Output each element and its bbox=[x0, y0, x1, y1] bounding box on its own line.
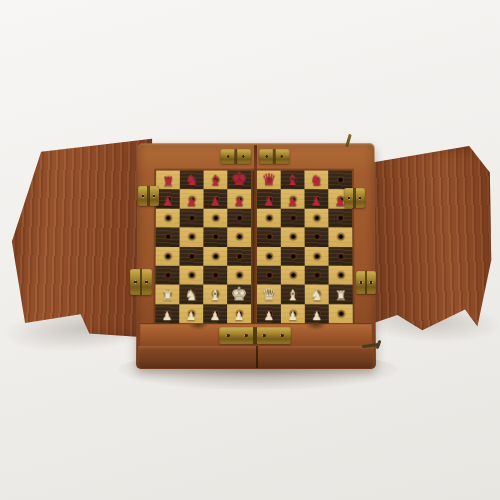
square-b5 bbox=[180, 227, 204, 246]
peg-hole bbox=[338, 178, 343, 183]
peg-hole bbox=[237, 273, 242, 278]
peg-hole bbox=[165, 235, 170, 240]
chess-board: ♜♞♝♚♟♟♟♟♜♞♝♚♟♟♟♟ ♛♝♞♟♟♟♟♛♝♞♜♟♟♟ bbox=[155, 171, 352, 324]
peg-hole bbox=[213, 235, 218, 240]
peg-hole bbox=[314, 216, 319, 221]
square-e5 bbox=[257, 227, 281, 246]
square-e3 bbox=[257, 266, 281, 285]
peg-hole bbox=[290, 254, 295, 259]
clasp-hook-icon bbox=[362, 340, 386, 352]
white-pawn-a1: ♟ bbox=[162, 310, 173, 322]
peg-hole bbox=[314, 254, 319, 259]
red-knight-g8: ♞ bbox=[310, 174, 323, 189]
square-e1: ♟ bbox=[257, 304, 281, 323]
box-front-panel bbox=[138, 346, 374, 368]
square-g7: ♟ bbox=[304, 190, 328, 209]
square-d8: ♚ bbox=[227, 171, 251, 190]
left-box-door bbox=[9, 126, 155, 340]
square-e7: ♟ bbox=[257, 190, 281, 209]
square-g1: ♟ bbox=[305, 304, 329, 323]
square-e2: ♛ bbox=[257, 285, 281, 304]
square-d4 bbox=[227, 247, 251, 266]
peg-hole bbox=[213, 216, 218, 221]
peg-hole bbox=[237, 235, 242, 240]
square-g3 bbox=[305, 266, 329, 285]
white-pawn-c1: ♟ bbox=[210, 310, 221, 322]
right-door-hinge-upper-icon bbox=[344, 188, 365, 208]
left-door-hinge-lower-icon bbox=[130, 269, 152, 295]
red-queen-e8: ♛ bbox=[261, 172, 276, 189]
square-b7: ♟ bbox=[180, 190, 204, 209]
square-c5 bbox=[203, 227, 227, 246]
square-b8: ♞ bbox=[180, 171, 204, 190]
red-pawn-f7: ♟ bbox=[287, 196, 298, 208]
square-f2: ♝ bbox=[281, 285, 305, 304]
right-door-hinge-lower-icon bbox=[356, 271, 376, 294]
peg-hole bbox=[266, 273, 271, 278]
white-knight-g2: ♞ bbox=[310, 288, 323, 303]
red-pawn-g7: ♟ bbox=[311, 196, 322, 208]
peg-hole bbox=[189, 254, 194, 259]
square-d1: ♟ bbox=[227, 304, 251, 323]
chess-box: ♜♞♝♚♟♟♟♟♜♞♝♚♟♟♟♟ ♛♝♞♟♟♟♟♛♝♞♜♟♟♟ bbox=[136, 143, 376, 369]
left-door-hinge-upper-icon bbox=[138, 186, 159, 206]
board-leaf-right: ♛♝♞♟♟♟♟♛♝♞♜♟♟♟ bbox=[257, 171, 353, 324]
square-e6 bbox=[257, 208, 281, 227]
square-f8: ♝ bbox=[281, 171, 305, 190]
square-b2: ♞ bbox=[179, 285, 203, 304]
box-front-seam bbox=[256, 346, 258, 368]
white-pawn-f1: ♟ bbox=[288, 310, 299, 322]
white-rook-h2: ♜ bbox=[335, 290, 347, 303]
square-h6 bbox=[328, 208, 352, 227]
peg-hole bbox=[338, 311, 343, 316]
square-c1: ♟ bbox=[203, 304, 227, 323]
peg-hole bbox=[237, 254, 242, 259]
square-a3 bbox=[155, 266, 179, 285]
white-pawn-b1: ♟ bbox=[186, 310, 197, 322]
peg-hole bbox=[266, 216, 271, 221]
square-c4 bbox=[203, 247, 227, 266]
peg-hole bbox=[290, 216, 295, 221]
square-g2: ♞ bbox=[305, 285, 329, 304]
white-pawn-e1: ♟ bbox=[264, 310, 275, 322]
peg-hole bbox=[290, 235, 295, 240]
square-a5 bbox=[156, 227, 180, 246]
box-bottom-rim bbox=[140, 323, 372, 346]
square-d2: ♚ bbox=[227, 285, 251, 304]
right-box-door bbox=[356, 146, 494, 336]
white-rook-a2: ♜ bbox=[161, 290, 173, 303]
board-leaf-left: ♜♞♝♚♟♟♟♟♜♞♝♚♟♟♟♟ bbox=[155, 171, 251, 324]
square-h4 bbox=[328, 247, 352, 266]
square-h8 bbox=[328, 171, 352, 190]
square-c8: ♝ bbox=[204, 171, 228, 190]
square-b4 bbox=[179, 247, 203, 266]
square-f4 bbox=[281, 247, 305, 266]
square-h1 bbox=[329, 304, 353, 323]
square-g5 bbox=[305, 227, 329, 246]
square-g8: ♞ bbox=[304, 171, 328, 190]
square-a4 bbox=[156, 247, 180, 266]
white-knight-b2: ♞ bbox=[185, 288, 198, 303]
square-a8: ♜ bbox=[156, 171, 180, 190]
red-pawn-a7: ♟ bbox=[163, 196, 174, 208]
red-pawn-b7: ♟ bbox=[186, 196, 197, 208]
white-king-d2: ♚ bbox=[231, 284, 248, 303]
red-king-d8: ♚ bbox=[231, 170, 248, 189]
peg-hole bbox=[189, 216, 194, 221]
peg-hole bbox=[165, 273, 170, 278]
board-fold-line-top bbox=[254, 145, 257, 170]
square-h3 bbox=[329, 266, 353, 285]
photo-background: ♜♞♝♚♟♟♟♟♜♞♝♚♟♟♟♟ ♛♝♞♟♟♟♟♛♝♞♜♟♟♟ bbox=[0, 0, 500, 500]
peg-hole bbox=[165, 254, 170, 259]
square-d5 bbox=[227, 227, 251, 246]
square-b3 bbox=[179, 266, 203, 285]
square-b6 bbox=[180, 208, 204, 227]
square-c7: ♟ bbox=[203, 190, 227, 209]
square-c6 bbox=[203, 208, 227, 227]
peg-hole bbox=[165, 216, 170, 221]
square-e4 bbox=[257, 247, 281, 266]
white-queen-e2: ♛ bbox=[261, 286, 276, 303]
white-pawn-d1: ♟ bbox=[234, 310, 245, 322]
white-bishop-f2: ♝ bbox=[286, 288, 299, 303]
peg-hole bbox=[338, 235, 343, 240]
square-b1: ♟ bbox=[179, 304, 203, 323]
square-f6 bbox=[281, 208, 305, 227]
peg-hole bbox=[266, 254, 271, 259]
square-a2: ♜ bbox=[155, 285, 179, 304]
top-hinge-right-icon bbox=[259, 149, 290, 164]
red-bishop-c8: ♝ bbox=[209, 174, 222, 189]
square-a6 bbox=[156, 208, 180, 227]
peg-hole bbox=[314, 273, 319, 278]
peg-hole bbox=[314, 235, 319, 240]
red-pawn-e7: ♟ bbox=[264, 196, 275, 208]
top-hinge-left-icon bbox=[220, 149, 251, 164]
peg-hole bbox=[290, 273, 295, 278]
peg-hole bbox=[338, 216, 343, 221]
red-bishop-f8: ♝ bbox=[286, 174, 299, 189]
square-c3 bbox=[203, 266, 227, 285]
red-pawn-c7: ♟ bbox=[210, 196, 221, 208]
square-d6 bbox=[227, 208, 251, 227]
square-f7: ♟ bbox=[281, 190, 305, 209]
white-bishop-c2: ♝ bbox=[208, 288, 221, 303]
red-rook-a8: ♜ bbox=[162, 175, 174, 188]
square-f5 bbox=[281, 227, 305, 246]
square-d7: ♟ bbox=[227, 190, 251, 209]
square-g6 bbox=[305, 208, 329, 227]
peg-hole bbox=[338, 254, 343, 259]
peg-hole bbox=[213, 273, 218, 278]
square-a7: ♟ bbox=[156, 190, 180, 209]
peg-hole bbox=[266, 235, 271, 240]
square-c2: ♝ bbox=[203, 285, 227, 304]
square-g4 bbox=[305, 247, 329, 266]
square-f1: ♟ bbox=[281, 304, 305, 323]
peg-hole bbox=[237, 216, 242, 221]
square-a1: ♟ bbox=[155, 304, 179, 323]
square-e8: ♛ bbox=[257, 171, 281, 190]
bottom-hinge-icon bbox=[219, 327, 291, 344]
square-f3 bbox=[281, 266, 305, 285]
red-pawn-d7: ♟ bbox=[234, 196, 245, 208]
peg-hole bbox=[213, 254, 218, 259]
white-pawn-g1: ♟ bbox=[311, 310, 322, 322]
square-h2: ♜ bbox=[329, 285, 353, 304]
peg-hole bbox=[338, 273, 343, 278]
peg-hole bbox=[189, 273, 194, 278]
red-knight-b8: ♞ bbox=[185, 174, 198, 189]
peg-hole bbox=[189, 235, 194, 240]
square-h5 bbox=[328, 227, 352, 246]
